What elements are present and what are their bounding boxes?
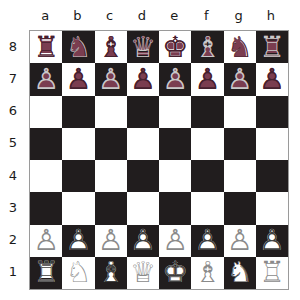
square-h2[interactable]: ♟♙ — [256, 225, 288, 257]
square-f2[interactable]: ♟♙ — [191, 225, 223, 257]
piece-black-queen: ♛♕ — [127, 31, 159, 63]
piece-white-bishop: ♝♗ — [95, 257, 127, 289]
piece-black-pawn: ♟♙ — [224, 63, 256, 95]
chess-diagram: abcdefgh 87654321 ♜♖♞♘♝♗♛♕♚♔♝♗♞♘♜♖♟♙♟♙♟♙… — [0, 0, 300, 300]
piece-black-pawn: ♟♙ — [191, 63, 223, 95]
square-f6[interactable] — [191, 96, 223, 128]
square-b5[interactable] — [62, 128, 94, 160]
file-label-d: d — [126, 9, 158, 22]
piece-black-pawn: ♟♙ — [127, 63, 159, 95]
square-h7[interactable]: ♟♙ — [256, 63, 288, 95]
piece-black-rook: ♜♖ — [256, 31, 288, 63]
square-a1[interactable]: ♜♖ — [30, 257, 62, 289]
square-d6[interactable] — [127, 96, 159, 128]
square-g2[interactable]: ♟♙ — [224, 225, 256, 257]
square-d7[interactable]: ♟♙ — [127, 63, 159, 95]
piece-black-bishop: ♝♗ — [95, 31, 127, 63]
piece-white-pawn: ♟♙ — [127, 225, 159, 257]
square-b6[interactable] — [62, 96, 94, 128]
square-c2[interactable]: ♟♙ — [95, 225, 127, 257]
rank-label-4: 4 — [0, 159, 26, 191]
square-f8[interactable]: ♝♗ — [191, 31, 223, 63]
square-b7[interactable]: ♟♙ — [62, 63, 94, 95]
square-f7[interactable]: ♟♙ — [191, 63, 223, 95]
chess-board: ♜♖♞♘♝♗♛♕♚♔♝♗♞♘♜♖♟♙♟♙♟♙♟♙♟♙♟♙♟♙♟♙♟♙♟♙♟♙♟♙… — [29, 30, 289, 290]
square-c8[interactable]: ♝♗ — [95, 31, 127, 63]
piece-white-king: ♚♔ — [159, 257, 191, 289]
piece-white-rook: ♜♖ — [256, 257, 288, 289]
piece-black-pawn: ♟♙ — [95, 63, 127, 95]
square-e7[interactable]: ♟♙ — [159, 63, 191, 95]
square-g6[interactable] — [224, 96, 256, 128]
piece-white-pawn: ♟♙ — [30, 225, 62, 257]
square-e4[interactable] — [159, 160, 191, 192]
piece-black-king: ♚♔ — [159, 31, 191, 63]
rank-labels: 87654321 — [0, 30, 26, 288]
piece-white-pawn: ♟♙ — [62, 225, 94, 257]
square-e8[interactable]: ♚♔ — [159, 31, 191, 63]
piece-white-pawn: ♟♙ — [191, 225, 223, 257]
square-g8[interactable]: ♞♘ — [224, 31, 256, 63]
rank-label-3: 3 — [0, 191, 26, 223]
rank-label-6: 6 — [0, 95, 26, 127]
file-label-a: a — [29, 9, 61, 22]
rank-label-7: 7 — [0, 62, 26, 94]
square-g1[interactable]: ♞♘ — [224, 257, 256, 289]
square-a2[interactable]: ♟♙ — [30, 225, 62, 257]
piece-black-pawn: ♟♙ — [30, 63, 62, 95]
square-a8[interactable]: ♜♖ — [30, 31, 62, 63]
file-label-b: b — [61, 9, 93, 22]
rank-label-5: 5 — [0, 127, 26, 159]
piece-black-rook: ♜♖ — [30, 31, 62, 63]
file-label-c: c — [94, 9, 126, 22]
square-b4[interactable] — [62, 160, 94, 192]
piece-white-pawn: ♟♙ — [159, 225, 191, 257]
square-d4[interactable] — [127, 160, 159, 192]
square-b3[interactable] — [62, 192, 94, 224]
piece-black-knight: ♞♘ — [224, 31, 256, 63]
piece-black-pawn: ♟♙ — [256, 63, 288, 95]
square-c1[interactable]: ♝♗ — [95, 257, 127, 289]
square-e3[interactable] — [159, 192, 191, 224]
square-h3[interactable] — [256, 192, 288, 224]
square-c3[interactable] — [95, 192, 127, 224]
square-c4[interactable] — [95, 160, 127, 192]
square-e1[interactable]: ♚♔ — [159, 257, 191, 289]
piece-white-bishop: ♝♗ — [191, 257, 223, 289]
rank-label-2: 2 — [0, 224, 26, 256]
square-g7[interactable]: ♟♙ — [224, 63, 256, 95]
square-g3[interactable] — [224, 192, 256, 224]
piece-white-rook: ♜♖ — [30, 257, 62, 289]
square-a5[interactable] — [30, 128, 62, 160]
square-b8[interactable]: ♞♘ — [62, 31, 94, 63]
square-d2[interactable]: ♟♙ — [127, 225, 159, 257]
piece-black-pawn: ♟♙ — [159, 63, 191, 95]
square-f5[interactable] — [191, 128, 223, 160]
piece-black-bishop: ♝♗ — [191, 31, 223, 63]
piece-black-pawn: ♟♙ — [62, 63, 94, 95]
square-h4[interactable] — [256, 160, 288, 192]
square-g4[interactable] — [224, 160, 256, 192]
square-e6[interactable] — [159, 96, 191, 128]
square-f4[interactable] — [191, 160, 223, 192]
square-e5[interactable] — [159, 128, 191, 160]
square-d8[interactable]: ♛♕ — [127, 31, 159, 63]
piece-white-pawn: ♟♙ — [224, 225, 256, 257]
square-a6[interactable] — [30, 96, 62, 128]
square-c5[interactable] — [95, 128, 127, 160]
file-label-f: f — [190, 9, 222, 22]
square-c7[interactable]: ♟♙ — [95, 63, 127, 95]
square-f3[interactable] — [191, 192, 223, 224]
piece-black-knight: ♞♘ — [62, 31, 94, 63]
file-label-g: g — [223, 9, 255, 22]
square-h5[interactable] — [256, 128, 288, 160]
square-h1[interactable]: ♜♖ — [256, 257, 288, 289]
square-g5[interactable] — [224, 128, 256, 160]
piece-white-pawn: ♟♙ — [95, 225, 127, 257]
square-a7[interactable]: ♟♙ — [30, 63, 62, 95]
square-h6[interactable] — [256, 96, 288, 128]
file-label-h: h — [255, 9, 287, 22]
square-d3[interactable] — [127, 192, 159, 224]
piece-white-knight: ♞♘ — [224, 257, 256, 289]
square-d1[interactable]: ♛♕ — [127, 257, 159, 289]
piece-white-pawn: ♟♙ — [256, 225, 288, 257]
square-d5[interactable] — [127, 128, 159, 160]
piece-white-knight: ♞♘ — [62, 257, 94, 289]
square-b1[interactable]: ♞♘ — [62, 257, 94, 289]
square-a3[interactable] — [30, 192, 62, 224]
square-h8[interactable]: ♜♖ — [256, 31, 288, 63]
piece-white-queen: ♛♕ — [127, 257, 159, 289]
square-a4[interactable] — [30, 160, 62, 192]
rank-label-8: 8 — [0, 30, 26, 62]
square-b2[interactable]: ♟♙ — [62, 225, 94, 257]
file-label-e: e — [158, 9, 190, 22]
rank-label-1: 1 — [0, 256, 26, 288]
square-f1[interactable]: ♝♗ — [191, 257, 223, 289]
square-c6[interactable] — [95, 96, 127, 128]
file-labels: abcdefgh — [29, 0, 287, 30]
square-e2[interactable]: ♟♙ — [159, 225, 191, 257]
